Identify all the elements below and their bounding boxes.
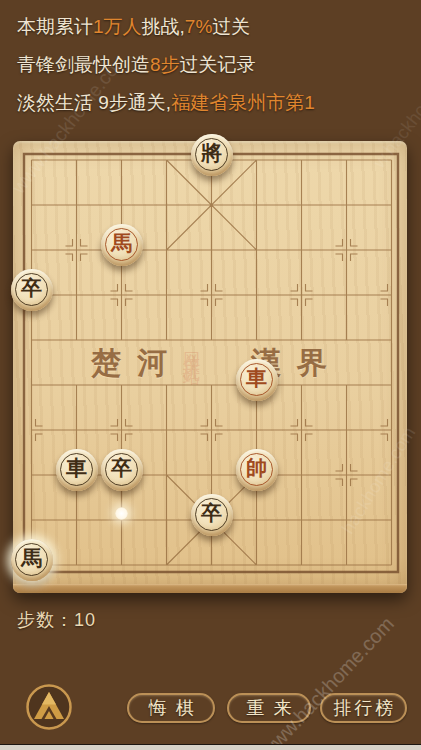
restart-button[interactable]: 重来 xyxy=(227,693,311,723)
piece-character: 將 xyxy=(201,143,222,164)
piece-卒-black[interactable]: 卒 xyxy=(191,494,233,536)
record-steps: 8步 xyxy=(150,54,180,75)
piece-character: 車 xyxy=(66,458,87,479)
piece-character: 馬 xyxy=(111,233,132,254)
mountain-chevron-icon xyxy=(25,683,73,731)
piece-character: 卒 xyxy=(111,458,132,479)
stats-line-challengers: 本期累计1万人挑战,7%过关 xyxy=(17,8,415,46)
piece-character: 車 xyxy=(246,368,267,389)
piece-馬-red[interactable]: 馬 xyxy=(101,224,143,266)
piece-車-red[interactable]: 車 xyxy=(236,359,278,401)
step-counter-value: 10 xyxy=(74,610,96,630)
step-counter: 步数：10 xyxy=(17,608,96,632)
move-origin-dot[interactable] xyxy=(115,507,128,520)
piece-grid: 將馬卒車車卒帥卒馬 xyxy=(9,137,414,587)
piece-character: 卒 xyxy=(201,503,222,524)
bottom-screen-strip xyxy=(0,744,421,750)
stats-line-record: 青锋剑最快创造8步过关记录 xyxy=(17,46,415,84)
xiangqi-puzzle-screen: 本期累计1万人挑战,7%过关 青锋剑最快创造8步过关记录 淡然生活 9步通关,福… xyxy=(0,0,421,750)
piece-character: 卒 xyxy=(21,278,42,299)
piece-將-black[interactable]: 將 xyxy=(191,134,233,176)
region-rank: 福建省泉州市第1 xyxy=(171,92,315,113)
header-stats: 本期累计1万人挑战,7%过关 青锋剑最快创造8步过关记录 淡然生活 9步通关,福… xyxy=(17,8,415,122)
piece-卒-black[interactable]: 卒 xyxy=(11,269,53,311)
app-logo-button[interactable] xyxy=(25,683,73,731)
piece-character: 馬 xyxy=(21,548,42,569)
step-counter-label: 步数： xyxy=(17,610,74,630)
piece-馬-black[interactable]: 馬 xyxy=(11,539,53,581)
piece-卒-black[interactable]: 卒 xyxy=(101,449,143,491)
footer-bar: 悔棋 重来 排行榜 xyxy=(0,683,421,733)
stats-line-region-rank: 淡然生活 9步通关,福建省泉州市第1 xyxy=(17,84,415,122)
undo-move-button[interactable]: 悔棋 xyxy=(127,693,215,723)
piece-車-black[interactable]: 車 xyxy=(56,449,98,491)
piece-帥-red[interactable]: 帥 xyxy=(236,449,278,491)
leaderboard-button[interactable]: 排行榜 xyxy=(320,693,407,723)
challenger-count: 1万人 xyxy=(93,16,142,37)
piece-character: 帥 xyxy=(246,458,267,479)
pass-rate: 7% xyxy=(185,16,212,37)
